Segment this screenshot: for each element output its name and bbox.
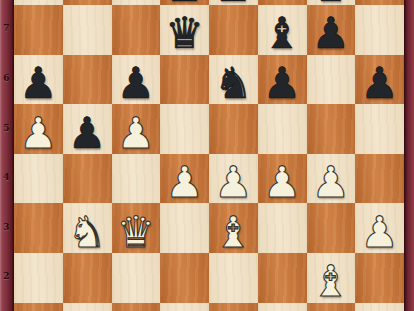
rank-label-2: 2	[0, 271, 13, 281]
piece-black-bishop-f7: ♝	[263, 12, 302, 55]
square-f1[interactable]	[258, 303, 307, 311]
piece-white-pawn-h3: ♟	[360, 211, 399, 254]
square-h6[interactable]: ♟	[355, 55, 404, 105]
square-f7[interactable]: ♝	[258, 5, 307, 55]
square-e6[interactable]: ♞	[209, 55, 258, 105]
square-g5[interactable]	[307, 104, 356, 154]
square-e4[interactable]: ♟	[209, 154, 258, 204]
square-g3[interactable]	[307, 203, 356, 253]
square-b6[interactable]	[63, 55, 112, 105]
piece-black-pawn-h6: ♟	[360, 62, 399, 105]
piece-white-pawn-d4: ♟	[165, 161, 204, 204]
piece-white-pawn-a5: ♟	[19, 112, 58, 155]
rank-label-6: 6	[0, 73, 13, 83]
square-d3[interactable]	[160, 203, 209, 253]
square-g2[interactable]: ♝	[307, 253, 356, 303]
square-e2[interactable]	[209, 253, 258, 303]
rank-label-4: 4	[0, 172, 13, 182]
square-f6[interactable]: ♟	[258, 55, 307, 105]
square-b5[interactable]: ♟	[63, 104, 112, 154]
piece-black-pawn-a6: ♟	[19, 62, 58, 105]
rank-label-3: 3	[0, 222, 13, 232]
square-g7[interactable]: ♟	[307, 5, 356, 55]
square-c6[interactable]: ♟	[112, 55, 161, 105]
piece-white-pawn-c5: ♟	[117, 112, 156, 155]
square-d6[interactable]	[160, 55, 209, 105]
square-a1[interactable]	[14, 303, 63, 311]
square-e1[interactable]	[209, 303, 258, 311]
square-b2[interactable]	[63, 253, 112, 303]
square-h3[interactable]: ♟	[355, 203, 404, 253]
square-e5[interactable]	[209, 104, 258, 154]
piece-black-pawn-g7: ♟	[312, 12, 351, 55]
square-a6[interactable]: ♟	[14, 55, 63, 105]
piece-white-bishop-e3: ♝	[214, 211, 253, 254]
piece-black-pawn-c6: ♟	[117, 62, 156, 105]
square-h4[interactable]	[355, 154, 404, 204]
square-d2[interactable]	[160, 253, 209, 303]
piece-white-pawn-f4: ♟	[263, 161, 302, 204]
piece-white-pawn-g4: ♟	[312, 161, 351, 204]
square-b7[interactable]	[63, 5, 112, 55]
square-a7[interactable]	[14, 5, 63, 55]
square-f5[interactable]	[258, 104, 307, 154]
square-b3[interactable]: ♞	[63, 203, 112, 253]
board-frame-right	[404, 0, 414, 311]
square-b4[interactable]	[63, 154, 112, 204]
rank-label-7: 7	[0, 23, 13, 33]
piece-white-bishop-g2: ♝	[312, 260, 351, 303]
piece-white-queen-c3: ♛	[117, 211, 156, 254]
square-g4[interactable]: ♟	[307, 154, 356, 204]
square-c2[interactable]	[112, 253, 161, 303]
square-f4[interactable]: ♟	[258, 154, 307, 204]
square-d7[interactable]: ♛	[160, 5, 209, 55]
board-grid: ♜♜♚♛♝♟♟♟♞♟♟♟♟♟♟♟♟♟♞♛♝♟♝	[14, 0, 404, 311]
square-e3[interactable]: ♝	[209, 203, 258, 253]
square-f3[interactable]	[258, 203, 307, 253]
piece-black-knight-e6: ♞	[214, 62, 253, 105]
square-e7[interactable]	[209, 5, 258, 55]
piece-black-pawn-b5: ♟	[68, 112, 107, 155]
square-g1[interactable]	[307, 303, 356, 311]
square-h1[interactable]	[355, 303, 404, 311]
square-c7[interactable]	[112, 5, 161, 55]
piece-black-pawn-f6: ♟	[263, 62, 302, 105]
piece-white-pawn-e4: ♟	[214, 161, 253, 204]
square-h5[interactable]	[355, 104, 404, 154]
board-frame-left: 765432	[0, 0, 14, 311]
square-c4[interactable]	[112, 154, 161, 204]
piece-white-knight-b3: ♞	[68, 211, 107, 254]
rank-label-5: 5	[0, 123, 13, 133]
square-a2[interactable]	[14, 253, 63, 303]
square-a3[interactable]	[14, 203, 63, 253]
square-b1[interactable]	[63, 303, 112, 311]
square-h2[interactable]	[355, 253, 404, 303]
square-f2[interactable]	[258, 253, 307, 303]
square-c3[interactable]: ♛	[112, 203, 161, 253]
square-d4[interactable]: ♟	[160, 154, 209, 204]
square-d1[interactable]	[160, 303, 209, 311]
chess-board-diagram: ♜♜♚♛♝♟♟♟♞♟♟♟♟♟♟♟♟♟♞♛♝♟♝ 765432	[0, 0, 414, 311]
square-c1[interactable]	[112, 303, 161, 311]
piece-black-queen-d7: ♛	[165, 12, 204, 55]
square-a4[interactable]	[14, 154, 63, 204]
square-g6[interactable]	[307, 55, 356, 105]
square-h7[interactable]	[355, 5, 404, 55]
square-d5[interactable]	[160, 104, 209, 154]
square-a5[interactable]: ♟	[14, 104, 63, 154]
square-c5[interactable]: ♟	[112, 104, 161, 154]
